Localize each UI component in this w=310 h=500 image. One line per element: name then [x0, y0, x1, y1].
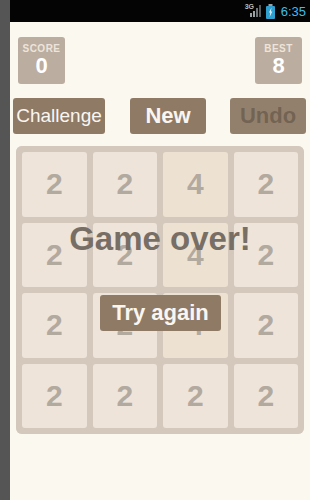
- undo-button[interactable]: Undo: [230, 98, 306, 134]
- challenge-button[interactable]: Challenge: [13, 98, 105, 134]
- game-over-overlay: Game over! Try again: [16, 146, 304, 434]
- score-box: SCORE 0: [18, 37, 65, 84]
- app-screen: 3G 6:35 SCORE 0 BEST 8 Challenge New Und…: [10, 0, 310, 500]
- clock: 6:35: [279, 4, 306, 19]
- game-over-message: Game over!: [16, 220, 304, 258]
- best-box: BEST 8: [255, 37, 302, 84]
- new-game-button[interactable]: New: [130, 98, 206, 134]
- signal-icon: 3G: [245, 3, 262, 19]
- signal-bars-icon: [250, 5, 261, 17]
- best-value: 8: [272, 54, 284, 78]
- battery-charging-icon: [266, 4, 275, 19]
- status-bar: 3G 6:35: [10, 0, 310, 22]
- game-board[interactable]: 2242224222422222 Game over! Try again: [16, 146, 304, 434]
- score-value: 0: [35, 54, 47, 78]
- try-again-button[interactable]: Try again: [100, 295, 221, 331]
